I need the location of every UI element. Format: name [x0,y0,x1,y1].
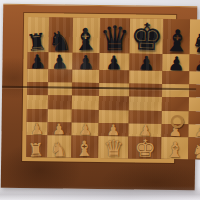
square-c4[interactable] [72,96,99,110]
square-a6[interactable] [27,69,48,82]
piece-white-queen-d1[interactable]: ♛ [103,137,124,160]
square-e5[interactable] [129,84,162,98]
square-f8[interactable]: ♝ [163,19,190,54]
piece-white-rook-a1[interactable]: ♜ [28,141,45,160]
square-e1[interactable]: ♚ [128,136,161,158]
piece-white-knight-g1[interactable]: ♞ [192,141,200,162]
square-d8[interactable]: ♛ [99,18,130,53]
square-d1[interactable]: ♛ [98,136,129,158]
square-d4[interactable] [99,96,130,110]
piece-black-king-e8[interactable]: ♚ [130,18,164,56]
square-e6[interactable] [129,70,162,84]
square-d7[interactable]: ♟ [99,53,130,70]
square-g8[interactable]: ♞ [190,19,200,54]
square-b7[interactable]: ♟ [48,52,72,69]
square-b6[interactable] [48,69,72,83]
square-b1[interactable]: ♞ [47,135,72,157]
square-e7[interactable]: ♟ [130,53,163,70]
chess-grid: ♜♞♝♛♚♝♞♜♟♟♟♟♟♟♟♟♟♟♟♟♟♟♟♟♜♞♝♛♚♝♞♜ [26,17,172,159]
piece-white-bishop-f1[interactable]: ♝ [166,140,186,162]
photo-background: ♜♞♝♛♚♝♞♜♟♟♟♟♟♟♟♟♟♟♟♟♟♟♟♟♜♞♝♛♚♝♞♜ [0,0,200,200]
square-c2[interactable]: ♟ [71,122,98,136]
square-d5[interactable] [99,83,130,97]
square-a4[interactable] [27,95,48,108]
square-a1[interactable]: ♜ [26,135,47,157]
piece-white-bishop-c1[interactable]: ♝ [75,139,94,160]
piece-white-knight-b1[interactable]: ♞ [49,139,68,160]
square-g2[interactable]: ♟ [189,124,200,138]
square-f7[interactable]: ♟ [163,54,190,71]
square-g7[interactable]: ♟ [190,54,200,71]
square-f5[interactable] [162,84,189,98]
square-e4[interactable] [129,97,162,111]
square-d6[interactable] [99,70,130,84]
square-a7[interactable]: ♟ [27,52,48,69]
piece-black-queen-d8[interactable]: ♛ [99,21,130,55]
square-b4[interactable] [47,96,71,110]
square-b2[interactable]: ♟ [47,122,71,136]
square-c1[interactable]: ♝ [71,136,98,158]
square-f1[interactable]: ♝ [162,137,189,159]
square-c7[interactable]: ♟ [72,53,99,70]
square-g6[interactable] [189,71,200,85]
square-b8[interactable]: ♞ [48,17,73,52]
square-b5[interactable] [48,82,72,96]
square-g5[interactable] [189,84,200,98]
chess-board: ♜♞♝♛♚♝♞♜♟♟♟♟♟♟♟♟♟♟♟♟♟♟♟♟♜♞♝♛♚♝♞♜ [1,4,198,191]
square-a8[interactable]: ♜ [28,17,49,52]
square-f4[interactable] [162,97,189,111]
brass-ring-clasp-icon [171,115,184,128]
square-f6[interactable] [163,71,190,85]
square-c5[interactable] [72,83,99,97]
square-e8[interactable]: ♚ [130,18,164,53]
square-g4[interactable] [189,98,200,112]
square-c6[interactable] [72,70,99,84]
square-c8[interactable]: ♝ [72,18,99,53]
inlay-border: ♜♞♝♛♚♝♞♜♟♟♟♟♟♟♟♟♟♟♟♟♟♟♟♟♜♞♝♛♚♝♞♜ [22,13,176,163]
square-g1[interactable]: ♞ [188,137,200,159]
piece-white-king-e1[interactable]: ♚ [134,136,156,160]
square-a5[interactable] [27,82,48,95]
square-a2[interactable]: ♟ [26,122,47,135]
